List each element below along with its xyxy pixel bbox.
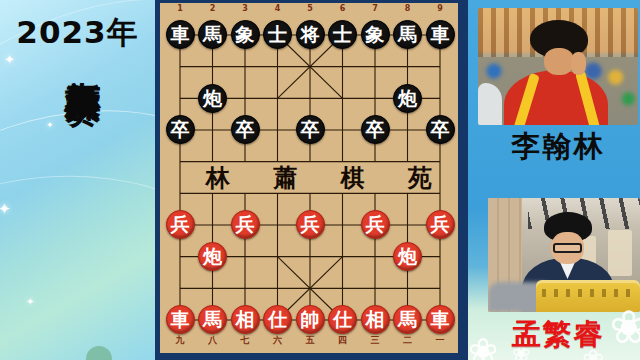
column-number-bottom-7: 三 bbox=[371, 334, 380, 347]
board-point-2-1: 炮 bbox=[196, 82, 229, 114]
event-title-panel: ✦ ✦ ✦ ✦ 2023年 新泰杯象棋大师赛 bbox=[0, 0, 155, 360]
wall-poster bbox=[608, 230, 632, 276]
glasses-icon bbox=[553, 243, 582, 253]
player-face bbox=[544, 48, 574, 75]
sparkle-icon: ✦ bbox=[26, 296, 34, 307]
sparkle-icon: ✦ bbox=[46, 120, 54, 130]
board-point-0-8: 車 bbox=[424, 19, 457, 51]
player-hand bbox=[571, 52, 586, 75]
photo-meng-fanrui bbox=[488, 198, 640, 312]
column-number-top-9: 9 bbox=[437, 4, 443, 13]
board-point-6-4: 兵 bbox=[294, 209, 327, 241]
case-slots bbox=[542, 289, 634, 297]
board-point-7-1: 炮 bbox=[196, 241, 229, 273]
piece-red-advisor[interactable]: 仕 bbox=[328, 305, 357, 334]
column-number-bottom-4: 六 bbox=[273, 334, 282, 347]
piece-red-soldier[interactable]: 兵 bbox=[426, 210, 455, 239]
board-point-0-0: 車 bbox=[164, 19, 197, 51]
board-point-0-1: 馬 bbox=[196, 19, 229, 51]
board-point-9-4: 帥 bbox=[294, 304, 327, 336]
column-number-top-2: 2 bbox=[210, 4, 216, 13]
piece-red-advisor[interactable]: 仕 bbox=[263, 305, 292, 334]
column-number-top-3: 3 bbox=[242, 4, 248, 13]
column-number-bottom-5: 五 bbox=[306, 334, 315, 347]
piece-red-horse[interactable]: 馬 bbox=[393, 305, 422, 334]
column-number-top-1: 1 bbox=[177, 4, 183, 13]
piece-black-elephant[interactable]: 象 bbox=[361, 20, 390, 49]
piece-red-chariot[interactable]: 車 bbox=[166, 305, 195, 334]
board-grid: 車馬象士将士象馬車炮炮卒卒卒卒卒兵兵兵兵兵炮炮車馬相仕帥仕相馬車 bbox=[164, 19, 457, 336]
piece-black-elephant[interactable]: 象 bbox=[231, 20, 260, 49]
piece-black-horse[interactable]: 馬 bbox=[198, 20, 227, 49]
board-point-3-6: 卒 bbox=[359, 114, 392, 146]
column-number-top-8: 8 bbox=[405, 4, 411, 13]
board-point-9-3: 仕 bbox=[261, 304, 294, 336]
sparkle-icon: ✦ bbox=[0, 200, 11, 218]
board-point-9-1: 馬 bbox=[196, 304, 229, 336]
piece-red-chariot[interactable]: 車 bbox=[426, 305, 455, 334]
board-point-9-5: 仕 bbox=[326, 304, 359, 336]
board-point-9-2: 相 bbox=[229, 304, 262, 336]
column-number-bottom-8: 二 bbox=[403, 334, 412, 347]
board-point-0-3: 士 bbox=[261, 19, 294, 51]
board-point-0-7: 馬 bbox=[391, 19, 424, 51]
video-frame: ✦ ✦ ✦ ✦ 2023年 新泰杯象棋大师赛 123456789 林蕭棋苑 車馬… bbox=[0, 0, 640, 360]
green-circle-decoration bbox=[86, 346, 112, 360]
piece-red-soldier[interactable]: 兵 bbox=[361, 210, 390, 239]
board-point-9-6: 相 bbox=[359, 304, 392, 336]
piece-red-soldier[interactable]: 兵 bbox=[296, 210, 325, 239]
photo-li-hanlin bbox=[478, 8, 638, 125]
piece-red-horse[interactable]: 馬 bbox=[198, 305, 227, 334]
xiangqi-board: 123456789 林蕭棋苑 車馬象士将士象馬車炮炮卒卒卒卒卒兵兵兵兵兵炮炮車馬… bbox=[160, 3, 458, 353]
piece-black-soldier[interactable]: 卒 bbox=[166, 115, 195, 144]
column-number-top-5: 5 bbox=[307, 4, 313, 13]
board-point-6-8: 兵 bbox=[424, 209, 457, 241]
piece-red-soldier[interactable]: 兵 bbox=[166, 210, 195, 239]
player-name-bottom: 孟繁睿 bbox=[478, 315, 638, 355]
column-number-bottom-2: 八 bbox=[208, 334, 217, 347]
chair-back bbox=[478, 83, 502, 125]
column-number-bottom-6: 四 bbox=[338, 334, 347, 347]
piece-red-soldier[interactable]: 兵 bbox=[231, 210, 260, 239]
piece-red-cannon[interactable]: 炮 bbox=[393, 242, 422, 271]
board-point-7-7: 炮 bbox=[391, 241, 424, 273]
column-number-bottom-1: 九 bbox=[176, 334, 185, 347]
board-point-0-2: 象 bbox=[229, 19, 262, 51]
piece-black-chariot[interactable]: 車 bbox=[166, 20, 195, 49]
board-point-0-5: 士 bbox=[326, 19, 359, 51]
column-number-top-4: 4 bbox=[275, 4, 281, 13]
piece-black-soldier[interactable]: 卒 bbox=[361, 115, 390, 144]
piece-black-general[interactable]: 将 bbox=[296, 20, 325, 49]
piece-black-soldier[interactable]: 卒 bbox=[231, 115, 260, 144]
piece-black-soldier[interactable]: 卒 bbox=[426, 115, 455, 144]
board-point-0-4: 将 bbox=[294, 19, 327, 51]
board-panel: 123456789 林蕭棋苑 車馬象士将士象馬車炮炮卒卒卒卒卒兵兵兵兵兵炮炮車馬… bbox=[155, 0, 468, 360]
piece-black-soldier[interactable]: 卒 bbox=[296, 115, 325, 144]
board-point-6-2: 兵 bbox=[229, 209, 262, 241]
piece-black-chariot[interactable]: 車 bbox=[426, 20, 455, 49]
board-point-0-6: 象 bbox=[359, 19, 392, 51]
board-point-3-2: 卒 bbox=[229, 114, 262, 146]
column-number-bottom-3: 七 bbox=[241, 334, 250, 347]
piece-red-cannon[interactable]: 炮 bbox=[198, 242, 227, 271]
board-point-6-0: 兵 bbox=[164, 209, 197, 241]
board-point-3-4: 卒 bbox=[294, 114, 327, 146]
light-streak bbox=[0, 135, 155, 360]
board-point-2-7: 炮 bbox=[391, 82, 424, 114]
piece-black-advisor[interactable]: 士 bbox=[328, 20, 357, 49]
piece-black-cannon[interactable]: 炮 bbox=[198, 84, 227, 113]
event-title-vertical: 新泰杯象棋大师赛 bbox=[64, 52, 101, 60]
board-point-9-8: 車 bbox=[424, 304, 457, 336]
board-point-3-0: 卒 bbox=[164, 114, 197, 146]
column-number-bottom-9: 一 bbox=[436, 334, 445, 347]
piece-red-general[interactable]: 帥 bbox=[296, 305, 325, 334]
sparkle-icon: ✦ bbox=[4, 52, 15, 67]
board-point-6-6: 兵 bbox=[359, 209, 392, 241]
yellow-xiangqi-case bbox=[536, 280, 640, 312]
piece-black-cannon[interactable]: 炮 bbox=[393, 84, 422, 113]
piece-black-horse[interactable]: 馬 bbox=[393, 20, 422, 49]
jacket-yellow-stripe bbox=[512, 73, 540, 125]
board-point-3-8: 卒 bbox=[424, 114, 457, 146]
players-panel: 李翰林 ❀ ❀ ❀ ❀ 孟繁睿 bbox=[468, 0, 640, 360]
piece-red-elephant[interactable]: 相 bbox=[361, 305, 390, 334]
column-number-top-6: 6 bbox=[340, 4, 346, 13]
board-point-9-0: 車 bbox=[164, 304, 197, 336]
light-streak bbox=[0, 61, 155, 360]
column-number-top-7: 7 bbox=[372, 4, 378, 13]
player-name-top: 李翰林 bbox=[478, 127, 638, 167]
board-point-9-7: 馬 bbox=[391, 304, 424, 336]
piece-red-elephant[interactable]: 相 bbox=[231, 305, 260, 334]
piece-black-advisor[interactable]: 士 bbox=[263, 20, 292, 49]
event-year: 2023年 bbox=[0, 12, 155, 54]
